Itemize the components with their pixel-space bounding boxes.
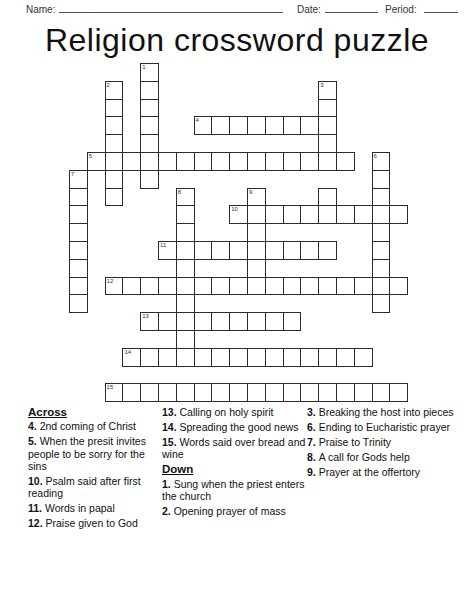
cell-r12c17[interactable] <box>372 277 391 296</box>
clue-number-9: 9 <box>249 189 252 196</box>
cell-r10c8[interactable] <box>211 241 230 260</box>
cell-r3c4[interactable] <box>140 116 159 135</box>
cell-r5c9[interactable] <box>229 152 248 171</box>
cell-r6c17[interactable] <box>372 170 391 189</box>
cell-r7c2[interactable] <box>105 188 124 207</box>
cell-r13c17[interactable] <box>372 294 391 313</box>
cell-r5c12[interactable] <box>283 152 302 171</box>
cell-r18c10[interactable] <box>247 383 266 402</box>
clue-column-down: 3. Breaking the host into pieces6. Endin… <box>307 406 469 481</box>
clue-num-label: 9. <box>307 466 319 478</box>
cell-r1c2[interactable]: 2 <box>105 81 124 100</box>
cell-r6c0[interactable]: 7 <box>69 170 88 189</box>
cell-r3c7[interactable]: 4 <box>194 116 213 135</box>
page-title: Religion crossword puzzle <box>0 22 474 59</box>
cell-r6c4[interactable] <box>140 170 159 189</box>
clue-num-label: 1. <box>162 478 174 490</box>
cell-r16c4[interactable] <box>140 348 159 367</box>
clue-number-4: 4 <box>196 117 199 124</box>
cell-r12c4[interactable] <box>140 277 159 296</box>
cell-r8c18[interactable] <box>389 205 408 224</box>
cell-r12c11[interactable] <box>265 277 284 296</box>
cell-r9c17[interactable] <box>372 223 391 242</box>
cell-r11c0[interactable] <box>69 259 88 278</box>
clue-num-label: 11. <box>28 502 45 514</box>
cell-r3c13[interactable] <box>300 116 319 135</box>
cell-r14c9[interactable] <box>229 312 248 331</box>
cell-r10c7[interactable] <box>194 241 213 260</box>
cell-r7c6[interactable]: 8 <box>176 188 195 207</box>
clue-num-label: 12. <box>28 517 46 529</box>
cell-r18c3[interactable] <box>122 383 141 402</box>
cell-r12c15[interactable] <box>336 277 355 296</box>
cell-r18c15[interactable] <box>336 383 355 402</box>
cell-r18c4[interactable] <box>140 383 159 402</box>
clue-number-8: 8 <box>178 189 181 196</box>
date-label: Date: <box>297 4 321 15</box>
clue-7: 7. Praise to Trinity <box>307 436 469 448</box>
cell-r12c12[interactable] <box>283 277 302 296</box>
clue-6: 6. Ending to Eucharistic prayer <box>307 421 469 433</box>
clue-number-2: 2 <box>107 82 110 89</box>
clue-number-6: 6 <box>374 153 377 160</box>
cell-r12c18[interactable] <box>389 277 408 296</box>
cell-r12c3[interactable] <box>122 277 141 296</box>
cell-r18c7[interactable] <box>194 383 213 402</box>
clue-num-label: 6. <box>307 421 319 433</box>
cell-r0c4[interactable]: 1 <box>140 63 159 82</box>
cell-r3c14[interactable] <box>318 116 337 135</box>
cell-r4c14[interactable] <box>318 134 337 153</box>
clue-5: 5. When the presit invites people to be … <box>28 435 161 472</box>
cell-r12c9[interactable] <box>229 277 248 296</box>
cell-r18c17[interactable] <box>372 383 391 402</box>
cell-r5c11[interactable] <box>265 152 284 171</box>
cell-r3c10[interactable] <box>247 116 266 135</box>
cell-r7c17[interactable] <box>372 188 391 207</box>
cell-r11c6[interactable] <box>176 259 195 278</box>
cell-r18c8[interactable] <box>211 383 230 402</box>
cell-r10c14[interactable] <box>318 241 337 260</box>
cell-r6c2[interactable] <box>105 170 124 189</box>
cell-r18c13[interactable] <box>300 383 319 402</box>
cell-r10c10[interactable] <box>247 241 266 260</box>
cell-r3c12[interactable] <box>283 116 302 135</box>
cell-r10c5[interactable]: 11 <box>158 241 177 260</box>
clue-12: 12. Praise given to God <box>28 517 161 529</box>
cell-r16c13[interactable] <box>300 348 319 367</box>
name-label: Name: <box>26 4 55 15</box>
cell-r14c4[interactable]: 13 <box>140 312 159 331</box>
cell-r10c17[interactable] <box>372 241 391 260</box>
cell-r2c14[interactable] <box>318 99 337 118</box>
clue-9: 9. Prayer at the offertory <box>307 466 469 478</box>
cell-r3c9[interactable] <box>229 116 248 135</box>
clue-15: 15. Words said over bread and wine <box>162 436 307 461</box>
cell-r10c12[interactable] <box>283 241 302 260</box>
cell-r5c4[interactable] <box>140 152 159 171</box>
cell-r18c5[interactable] <box>158 383 177 402</box>
cell-r18c11[interactable] <box>265 383 284 402</box>
cell-r8c14[interactable] <box>318 205 337 224</box>
cell-r4c4[interactable] <box>140 134 159 153</box>
cell-r12c16[interactable] <box>354 277 373 296</box>
clue-number-10: 10 <box>231 206 238 213</box>
cell-r8c13[interactable] <box>300 205 319 224</box>
cell-r9c10[interactable] <box>247 223 266 242</box>
cell-r12c13[interactable] <box>300 277 319 296</box>
cell-r16c12[interactable] <box>283 348 302 367</box>
cell-r13c6[interactable] <box>176 294 195 313</box>
clue-11: 11. Words in papal <box>28 502 161 514</box>
cell-r2c2[interactable] <box>105 99 124 118</box>
name-blank-line[interactable] <box>59 1 283 13</box>
cell-r18c2[interactable]: 15 <box>105 383 124 402</box>
cell-r7c0[interactable] <box>69 188 88 207</box>
cell-r14c10[interactable] <box>247 312 266 331</box>
clue-8: 8. A call for Gods help <box>307 451 469 463</box>
cell-r5c3[interactable] <box>122 152 141 171</box>
cell-r3c8[interactable] <box>211 116 230 135</box>
cell-r14c8[interactable] <box>211 312 230 331</box>
clue-14: 14. Spreading the good news <box>162 421 307 433</box>
clue-num-label: 4. <box>28 420 40 432</box>
cell-r3c11[interactable] <box>265 116 284 135</box>
cell-r10c0[interactable] <box>69 241 88 260</box>
clue-num-label: 8. <box>307 451 319 463</box>
clue-10: 10. Psalm said after first reading <box>28 475 161 500</box>
cell-r2c4[interactable] <box>140 99 159 118</box>
cell-r11c17[interactable] <box>372 259 391 278</box>
cell-r4c2[interactable] <box>105 134 124 153</box>
crossword-grid: 123456789101112131415 <box>69 63 409 403</box>
cell-r18c16[interactable] <box>354 383 373 402</box>
cell-r12c7[interactable] <box>194 277 213 296</box>
cell-r14c12[interactable] <box>283 312 302 331</box>
cell-r18c18[interactable] <box>389 383 408 402</box>
clue-num-label: 14. <box>162 421 180 433</box>
clue-num-label: 5. <box>28 435 40 447</box>
cell-r10c9[interactable] <box>229 241 248 260</box>
cell-r14c11[interactable] <box>265 312 284 331</box>
cell-r18c9[interactable] <box>229 383 248 402</box>
clue-num-label: 3. <box>307 406 319 418</box>
cell-r3c2[interactable] <box>105 116 124 135</box>
cell-r16c6[interactable] <box>176 348 195 367</box>
cell-r16c5[interactable] <box>158 348 177 367</box>
cell-r16c8[interactable] <box>211 348 230 367</box>
clue-num-label: 10. <box>28 475 46 487</box>
cell-r16c14[interactable] <box>318 348 337 367</box>
clue-number-13: 13 <box>142 313 149 320</box>
clue-2: 2. Opening prayer of mass <box>162 505 307 517</box>
cell-r18c6[interactable] <box>176 383 195 402</box>
cell-r7c14[interactable] <box>318 188 337 207</box>
cell-r5c17[interactable]: 6 <box>372 152 391 171</box>
cell-r13c0[interactable] <box>69 294 88 313</box>
cell-r8c16[interactable] <box>354 205 373 224</box>
cell-r5c13[interactable] <box>300 152 319 171</box>
cell-r12c8[interactable] <box>211 277 230 296</box>
clue-number-5: 5 <box>89 153 92 160</box>
clue-column-across: Across4. 2nd coming of Christ5. When the… <box>28 406 161 532</box>
cell-r8c17[interactable] <box>372 205 391 224</box>
clue-number-11: 11 <box>160 242 166 249</box>
cell-r16c15[interactable] <box>336 348 355 367</box>
clues-heading-down: Down <box>162 463 307 475</box>
cell-r16c11[interactable] <box>265 348 284 367</box>
cell-r9c0[interactable] <box>69 223 88 242</box>
clue-3: 3. Breaking the host into pieces <box>307 406 469 418</box>
clue-num-label: 13. <box>162 406 180 418</box>
cell-r8c0[interactable] <box>69 205 88 224</box>
cell-r10c13[interactable] <box>300 241 319 260</box>
date-blank-line[interactable] <box>325 1 378 13</box>
cell-r8c9[interactable]: 10 <box>229 205 248 224</box>
cell-r16c10[interactable] <box>247 348 266 367</box>
cell-r12c2[interactable]: 12 <box>105 277 124 296</box>
cell-r5c6[interactable] <box>176 152 195 171</box>
clue-num-label: 2. <box>162 505 174 517</box>
cell-r8c15[interactable] <box>336 205 355 224</box>
cell-r5c10[interactable] <box>247 152 266 171</box>
cell-r9c6[interactable] <box>176 223 195 242</box>
cell-r5c7[interactable] <box>194 152 213 171</box>
cell-r12c0[interactable] <box>69 277 88 296</box>
clue-num-label: 15. <box>162 436 180 448</box>
cell-r14c7[interactable] <box>194 312 213 331</box>
clue-number-12: 12 <box>107 278 114 285</box>
cell-r1c4[interactable] <box>140 81 159 100</box>
clue-number-15: 15 <box>107 384 114 391</box>
cell-r8c12[interactable] <box>283 205 302 224</box>
cell-r10c6[interactable] <box>176 241 195 260</box>
cell-r5c1[interactable]: 5 <box>87 152 106 171</box>
cell-r5c14[interactable] <box>318 152 337 171</box>
cell-r15c6[interactable] <box>176 330 195 349</box>
cell-r14c6[interactable] <box>176 312 195 331</box>
cell-r12c14[interactable] <box>318 277 337 296</box>
period-blank-line[interactable] <box>424 1 458 13</box>
clue-4: 4. 2nd coming of Christ <box>28 420 161 432</box>
cell-r18c14[interactable] <box>318 383 337 402</box>
cell-r8c6[interactable] <box>176 205 195 224</box>
clue-1: 1. Sung when the priest enters the churc… <box>162 478 307 503</box>
cell-r16c3[interactable]: 14 <box>122 348 141 367</box>
clue-column-middle: 13. Calling on holy spirit14. Spreading … <box>162 406 307 520</box>
clue-number-3: 3 <box>320 82 323 89</box>
cell-r8c10[interactable] <box>247 205 266 224</box>
cell-r5c15[interactable] <box>336 152 355 171</box>
period-label: Period: <box>385 4 417 15</box>
clue-number-14: 14 <box>124 349 131 356</box>
cell-r12c5[interactable] <box>158 277 177 296</box>
cell-r12c10[interactable] <box>247 277 266 296</box>
cell-r5c8[interactable] <box>211 152 230 171</box>
cell-r14c5[interactable] <box>158 312 177 331</box>
cell-r1c14[interactable]: 3 <box>318 81 337 100</box>
clue-13: 13. Calling on holy spirit <box>162 406 307 418</box>
cell-r11c10[interactable] <box>247 259 266 278</box>
cell-r5c2[interactable] <box>105 152 124 171</box>
clues-heading-across: Across <box>28 406 161 418</box>
cell-r16c16[interactable] <box>354 348 373 367</box>
cell-r18c12[interactable] <box>283 383 302 402</box>
clue-num-label: 7. <box>307 436 319 448</box>
cell-r16c9[interactable] <box>229 348 248 367</box>
clue-number-7: 7 <box>71 171 74 178</box>
cell-r8c11[interactable] <box>265 205 284 224</box>
clue-number-1: 1 <box>142 64 145 71</box>
cell-r12c6[interactable] <box>176 277 195 296</box>
cell-r16c7[interactable] <box>194 348 213 367</box>
cell-r5c5[interactable] <box>158 152 177 171</box>
cell-r7c10[interactable]: 9 <box>247 188 266 207</box>
cell-r10c11[interactable] <box>265 241 284 260</box>
